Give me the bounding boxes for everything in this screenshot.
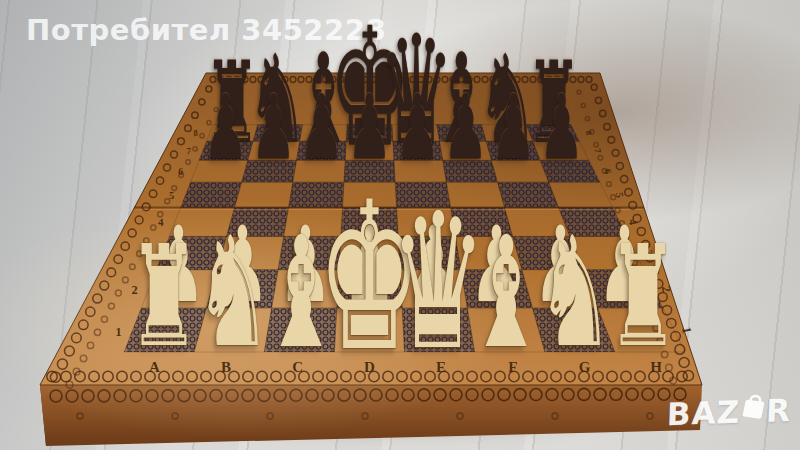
rank-label-left-3: 3 xyxy=(146,248,152,261)
rank-label-left-6: 6 xyxy=(178,166,183,177)
square-e2 xyxy=(400,270,467,308)
file-label-c: C xyxy=(292,359,303,375)
square-e8 xyxy=(392,125,440,142)
logo-text-after: R xyxy=(766,392,792,429)
file-label-d: D xyxy=(364,359,375,375)
square-c6 xyxy=(293,160,345,182)
square-a8 xyxy=(206,125,257,142)
square-g6 xyxy=(491,160,548,182)
bazar-logo: BAZ R xyxy=(666,392,791,432)
square-b7 xyxy=(248,141,300,160)
square-c8 xyxy=(300,125,348,142)
square-b1 xyxy=(194,308,272,352)
square-e6 xyxy=(394,160,446,182)
square-d1 xyxy=(334,308,404,352)
square-d5 xyxy=(343,182,397,207)
square-c4 xyxy=(284,208,343,237)
square-f3 xyxy=(455,236,521,269)
square-d3 xyxy=(339,236,400,269)
file-label-g: G xyxy=(579,359,591,375)
file-label-h: H xyxy=(650,359,662,375)
square-c2 xyxy=(272,270,339,308)
square-f7 xyxy=(440,141,492,160)
file-label-a: A xyxy=(149,359,160,375)
square-f5 xyxy=(446,182,504,207)
watermark-text: Потребител 3452228 xyxy=(26,13,386,47)
file-label-f: F xyxy=(508,359,517,375)
chess-board: ABCDEFGH1234567812345678 xyxy=(0,0,800,450)
file-label-b: B xyxy=(221,359,231,375)
shopping-bag-icon xyxy=(738,390,769,429)
rank-label-left-1: 1 xyxy=(115,324,122,339)
rank-label-left-8: 8 xyxy=(194,128,198,138)
photo-scene: ABCDEFGH1234567812345678 ♜♞♝♚♛♝♞♜♟♟♟♟♟♟♟… xyxy=(0,0,800,450)
logo-text-before: BAZ xyxy=(666,394,741,433)
square-g8 xyxy=(481,125,532,142)
rank-label-left-2: 2 xyxy=(132,283,138,297)
rank-label-left-7: 7 xyxy=(186,146,191,156)
square-e4 xyxy=(397,208,456,237)
square-b5 xyxy=(235,182,293,207)
square-a6 xyxy=(190,160,247,182)
file-label-e: E xyxy=(436,359,446,375)
rank-label-right-1: 1 xyxy=(679,326,695,335)
square-b3 xyxy=(217,236,284,269)
square-d7 xyxy=(345,141,394,160)
square-f1 xyxy=(467,308,544,352)
rank-label-left-4: 4 xyxy=(158,216,164,228)
rank-label-left-5: 5 xyxy=(169,190,174,201)
